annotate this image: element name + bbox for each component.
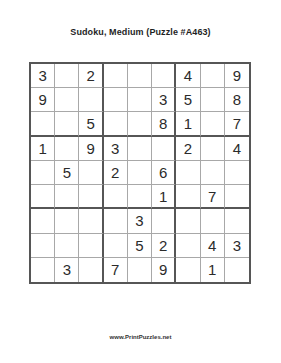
sudoku-cell-r6c4[interactable] [104, 185, 128, 209]
sudoku-cell-r1c8[interactable] [201, 64, 225, 88]
sudoku-cell-r1c1[interactable]: 3 [31, 64, 55, 88]
sudoku-cell-r5c3[interactable] [79, 161, 103, 185]
sudoku-cell-r4c2[interactable] [55, 137, 79, 161]
sudoku-cell-r3c8[interactable] [201, 112, 225, 136]
sudoku-cell-r5c2[interactable]: 5 [55, 161, 79, 185]
sudoku-cell-r3c9[interactable]: 7 [225, 112, 249, 136]
sudoku-cell-r3c7[interactable]: 1 [176, 112, 200, 136]
sudoku-cell-r2c5[interactable] [128, 88, 152, 112]
sudoku-cell-r3c4[interactable] [104, 112, 128, 136]
sudoku-cell-r9c3[interactable] [79, 258, 103, 282]
puzzle-title: Sudoku, Medium (Puzzle #A463) [0, 27, 281, 37]
sudoku-cell-r5c8[interactable] [201, 161, 225, 185]
sudoku-cell-r4c7[interactable]: 2 [176, 137, 200, 161]
sudoku-cell-r2c7[interactable]: 5 [176, 88, 200, 112]
sudoku-cell-r7c8[interactable] [201, 209, 225, 233]
sudoku-cell-r8c2[interactable] [55, 234, 79, 258]
sudoku-cell-r3c1[interactable] [31, 112, 55, 136]
sudoku-cell-r7c1[interactable] [31, 209, 55, 233]
sudoku-cell-r6c2[interactable] [55, 185, 79, 209]
print-page: Sudoku, Medium (Puzzle #A463) 3249935858… [0, 0, 281, 363]
sudoku-cell-r7c5[interactable]: 3 [128, 209, 152, 233]
sudoku-cell-r4c8[interactable] [201, 137, 225, 161]
sudoku-cell-r7c7[interactable] [176, 209, 200, 233]
sudoku-cell-r4c9[interactable]: 4 [225, 137, 249, 161]
sudoku-cell-r8c4[interactable] [104, 234, 128, 258]
sudoku-cell-r1c3[interactable]: 2 [79, 64, 103, 88]
sudoku-cell-r4c6[interactable] [152, 137, 176, 161]
sudoku-cell-r4c4[interactable]: 3 [104, 137, 128, 161]
sudoku-cell-r2c1[interactable]: 9 [31, 88, 55, 112]
sudoku-cell-r8c6[interactable]: 2 [152, 234, 176, 258]
sudoku-cell-r4c3[interactable]: 9 [79, 137, 103, 161]
sudoku-cell-r9c6[interactable]: 9 [152, 258, 176, 282]
sudoku-cell-r8c3[interactable] [79, 234, 103, 258]
sudoku-cell-r9c7[interactable] [176, 258, 200, 282]
sudoku-cell-r2c3[interactable] [79, 88, 103, 112]
sudoku-cell-r8c9[interactable]: 3 [225, 234, 249, 258]
sudoku-cell-r5c1[interactable] [31, 161, 55, 185]
sudoku-cell-r6c9[interactable] [225, 185, 249, 209]
sudoku-cell-r8c8[interactable]: 4 [201, 234, 225, 258]
sudoku-cell-r7c6[interactable] [152, 209, 176, 233]
sudoku-cell-r1c7[interactable]: 4 [176, 64, 200, 88]
sudoku-cell-r9c8[interactable]: 1 [201, 258, 225, 282]
sudoku-cell-r4c5[interactable] [128, 137, 152, 161]
sudoku-cell-r5c7[interactable] [176, 161, 200, 185]
sudoku-cell-r5c6[interactable]: 6 [152, 161, 176, 185]
sudoku-cell-r8c7[interactable] [176, 234, 200, 258]
sudoku-cell-r2c9[interactable]: 8 [225, 88, 249, 112]
sudoku-cell-r3c6[interactable]: 8 [152, 112, 176, 136]
sudoku-cell-r2c2[interactable] [55, 88, 79, 112]
sudoku-cell-r7c3[interactable] [79, 209, 103, 233]
sudoku-cell-r2c4[interactable] [104, 88, 128, 112]
sudoku-cell-r9c4[interactable]: 7 [104, 258, 128, 282]
sudoku-cell-r1c5[interactable] [128, 64, 152, 88]
sudoku-cell-r3c3[interactable]: 5 [79, 112, 103, 136]
sudoku-cell-r6c1[interactable] [31, 185, 55, 209]
sudoku-cell-r1c6[interactable] [152, 64, 176, 88]
sudoku-cell-r7c4[interactable] [104, 209, 128, 233]
sudoku-cell-r1c4[interactable] [104, 64, 128, 88]
sudoku-cell-r6c3[interactable] [79, 185, 103, 209]
sudoku-cell-r1c9[interactable]: 9 [225, 64, 249, 88]
sudoku-cell-r9c2[interactable]: 3 [55, 258, 79, 282]
sudoku-cell-r7c2[interactable] [55, 209, 79, 233]
sudoku-cell-r4c1[interactable]: 1 [31, 137, 55, 161]
sudoku-cell-r6c6[interactable]: 1 [152, 185, 176, 209]
sudoku-cell-r9c5[interactable] [128, 258, 152, 282]
sudoku-cell-r8c5[interactable]: 5 [128, 234, 152, 258]
sudoku-cell-r6c5[interactable] [128, 185, 152, 209]
sudoku-cell-r1c2[interactable] [55, 64, 79, 88]
sudoku-cell-r6c7[interactable] [176, 185, 200, 209]
sudoku-cell-r5c9[interactable] [225, 161, 249, 185]
sudoku-cell-r3c5[interactable] [128, 112, 152, 136]
sudoku-cell-r6c8[interactable]: 7 [201, 185, 225, 209]
sudoku-cell-r2c6[interactable]: 3 [152, 88, 176, 112]
sudoku-cell-r9c9[interactable] [225, 258, 249, 282]
sudoku-cell-r3c2[interactable] [55, 112, 79, 136]
sudoku-cell-r7c9[interactable] [225, 209, 249, 233]
footer-url: www.PrintPuzzles.net [0, 334, 281, 340]
sudoku-cell-r5c5[interactable] [128, 161, 152, 185]
sudoku-board: 3249935858171932452617352433791 [29, 62, 251, 284]
sudoku-cell-r5c4[interactable]: 2 [104, 161, 128, 185]
sudoku-cell-r8c1[interactable] [31, 234, 55, 258]
sudoku-cell-r9c1[interactable] [31, 258, 55, 282]
sudoku-cell-r2c8[interactable] [201, 88, 225, 112]
